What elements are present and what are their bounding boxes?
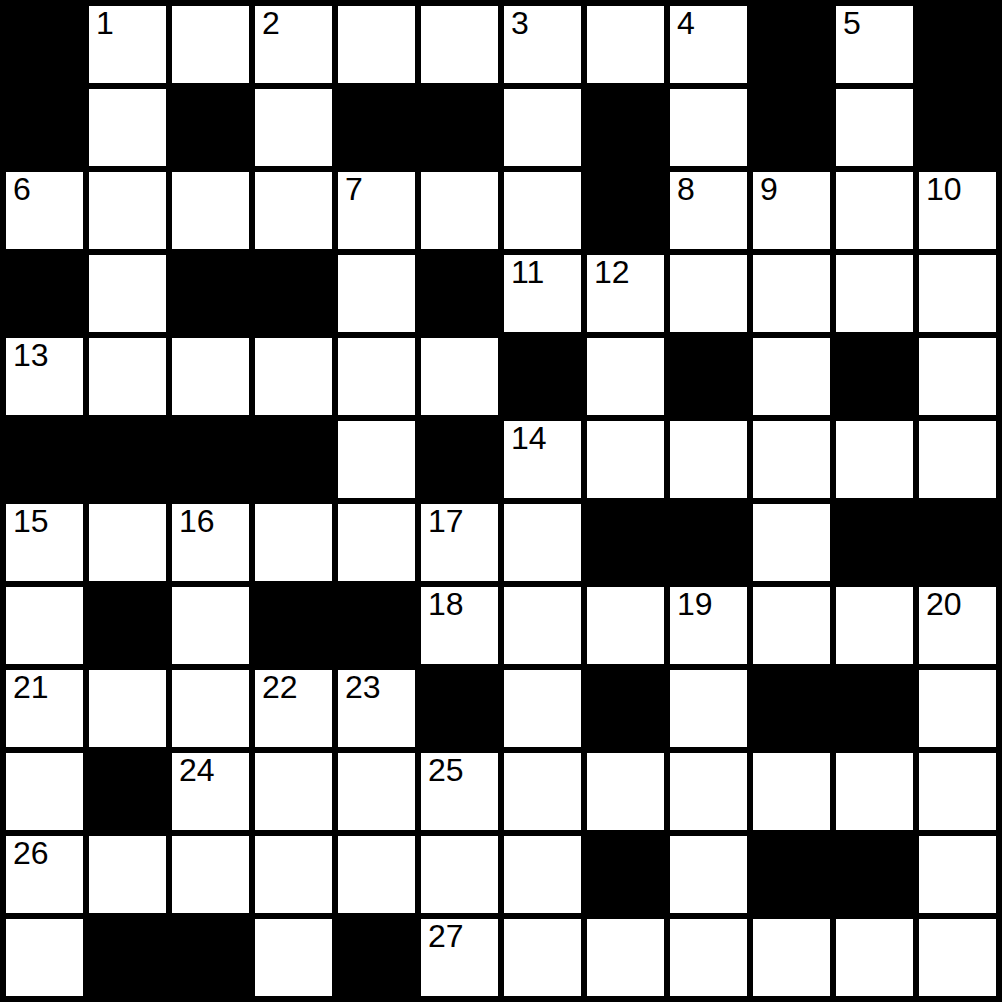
letter-cell[interactable] xyxy=(86,501,169,584)
block-cell xyxy=(833,501,916,584)
clue-number: 20 xyxy=(926,588,962,620)
letter-cell[interactable] xyxy=(86,335,169,418)
letter-cell[interactable] xyxy=(916,916,999,999)
clue-number: 4 xyxy=(677,7,695,39)
letter-cell[interactable] xyxy=(750,584,833,667)
letter-cell[interactable] xyxy=(86,169,169,252)
block-cell xyxy=(418,86,501,169)
letter-cell[interactable] xyxy=(833,169,916,252)
clue-number: 21 xyxy=(13,671,49,703)
clue-number: 25 xyxy=(428,754,464,786)
block-cell xyxy=(584,501,667,584)
letter-cell[interactable] xyxy=(667,667,750,750)
letter-cell[interactable] xyxy=(584,335,667,418)
letter-cell[interactable] xyxy=(86,86,169,169)
block-cell xyxy=(169,252,252,335)
letter-cell[interactable] xyxy=(916,667,999,750)
letter-cell[interactable] xyxy=(833,86,916,169)
clue-number: 1 xyxy=(96,7,114,39)
block-cell xyxy=(584,833,667,916)
letter-cell[interactable] xyxy=(335,418,418,501)
block-cell xyxy=(335,916,418,999)
letter-cell[interactable]: 26 xyxy=(3,833,86,916)
block-cell xyxy=(418,667,501,750)
clue-number: 2 xyxy=(262,7,280,39)
letter-cell[interactable] xyxy=(750,335,833,418)
letter-cell[interactable] xyxy=(501,169,584,252)
letter-cell[interactable] xyxy=(750,750,833,833)
letter-cell[interactable] xyxy=(501,833,584,916)
clue-number: 11 xyxy=(511,256,544,288)
letter-cell[interactable] xyxy=(833,916,916,999)
block-cell xyxy=(833,833,916,916)
clue-number: 5 xyxy=(843,7,861,39)
letter-cell[interactable] xyxy=(667,86,750,169)
block-cell xyxy=(916,3,999,86)
letter-cell[interactable] xyxy=(335,3,418,86)
letter-cell[interactable]: 7 xyxy=(335,169,418,252)
block-cell xyxy=(750,667,833,750)
letter-cell[interactable] xyxy=(252,501,335,584)
letter-cell[interactable] xyxy=(335,501,418,584)
letter-cell[interactable] xyxy=(3,916,86,999)
block-cell xyxy=(335,584,418,667)
letter-cell[interactable]: 15 xyxy=(3,501,86,584)
letter-cell[interactable] xyxy=(750,501,833,584)
block-cell xyxy=(750,833,833,916)
clue-number: 19 xyxy=(677,588,713,620)
block-cell xyxy=(833,667,916,750)
block-cell xyxy=(833,335,916,418)
letter-cell[interactable] xyxy=(418,169,501,252)
letter-cell[interactable] xyxy=(916,833,999,916)
block-cell xyxy=(252,418,335,501)
letter-cell[interactable]: 25 xyxy=(418,750,501,833)
letter-cell[interactable] xyxy=(252,169,335,252)
letter-cell[interactable]: 13 xyxy=(3,335,86,418)
letter-cell[interactable] xyxy=(252,916,335,999)
letter-cell[interactable] xyxy=(252,833,335,916)
block-cell xyxy=(169,418,252,501)
block-cell xyxy=(501,335,584,418)
block-cell xyxy=(418,418,501,501)
letter-cell[interactable] xyxy=(501,667,584,750)
block-cell xyxy=(667,335,750,418)
clue-number: 24 xyxy=(179,754,215,786)
clue-number: 15 xyxy=(13,505,49,537)
letter-cell[interactable]: 19 xyxy=(667,584,750,667)
clue-number: 8 xyxy=(677,173,695,205)
letter-cell[interactable] xyxy=(169,335,252,418)
letter-cell[interactable] xyxy=(169,667,252,750)
clue-number: 23 xyxy=(345,671,381,703)
letter-cell[interactable] xyxy=(501,750,584,833)
block-cell xyxy=(252,584,335,667)
block-cell xyxy=(584,169,667,252)
letter-cell[interactable]: 10 xyxy=(916,169,999,252)
letter-cell[interactable] xyxy=(916,335,999,418)
clue-number: 26 xyxy=(13,837,49,869)
clue-number: 13 xyxy=(13,339,49,371)
clue-number: 12 xyxy=(594,256,630,288)
letter-cell[interactable] xyxy=(833,418,916,501)
letter-cell[interactable]: 3 xyxy=(501,3,584,86)
letter-cell[interactable]: 18 xyxy=(418,584,501,667)
letter-cell[interactable] xyxy=(335,833,418,916)
letter-cell[interactable]: 1 xyxy=(86,3,169,86)
letter-cell[interactable] xyxy=(667,750,750,833)
crossword-board: 1234567891011121314151617181920212223242… xyxy=(0,0,1002,1002)
letter-cell[interactable] xyxy=(501,86,584,169)
letter-cell[interactable] xyxy=(252,86,335,169)
letter-cell[interactable]: 23 xyxy=(335,667,418,750)
clue-number: 10 xyxy=(926,173,962,205)
letter-cell[interactable] xyxy=(3,584,86,667)
letter-cell[interactable]: 22 xyxy=(252,667,335,750)
block-cell xyxy=(418,252,501,335)
letter-cell[interactable] xyxy=(750,252,833,335)
block-cell xyxy=(584,667,667,750)
letter-cell[interactable] xyxy=(916,252,999,335)
clue-number: 16 xyxy=(179,505,215,537)
clue-number: 6 xyxy=(13,173,31,205)
letter-cell[interactable]: 14 xyxy=(501,418,584,501)
letter-cell[interactable] xyxy=(833,750,916,833)
letter-cell[interactable] xyxy=(86,252,169,335)
block-cell xyxy=(169,916,252,999)
letter-cell[interactable] xyxy=(667,418,750,501)
block-cell xyxy=(750,86,833,169)
block-cell xyxy=(667,501,750,584)
letter-cell[interactable]: 4 xyxy=(667,3,750,86)
letter-cell[interactable]: 9 xyxy=(750,169,833,252)
letter-cell[interactable] xyxy=(667,252,750,335)
letter-cell[interactable] xyxy=(501,584,584,667)
letter-cell[interactable]: 24 xyxy=(169,750,252,833)
block-cell xyxy=(916,86,999,169)
letter-cell[interactable] xyxy=(584,584,667,667)
letter-cell[interactable] xyxy=(916,418,999,501)
letter-cell[interactable]: 27 xyxy=(418,916,501,999)
letter-cell[interactable] xyxy=(169,584,252,667)
block-cell xyxy=(86,418,169,501)
clue-number: 14 xyxy=(511,422,547,454)
clue-number: 18 xyxy=(428,588,464,620)
block-cell xyxy=(86,916,169,999)
letter-cell[interactable] xyxy=(3,750,86,833)
block-cell xyxy=(584,86,667,169)
letter-cell[interactable]: 8 xyxy=(667,169,750,252)
letter-cell[interactable] xyxy=(667,833,750,916)
letter-cell[interactable] xyxy=(418,3,501,86)
letter-cell[interactable] xyxy=(335,252,418,335)
letter-cell[interactable] xyxy=(667,916,750,999)
clue-number: 9 xyxy=(760,173,778,205)
letter-cell[interactable] xyxy=(501,501,584,584)
letter-cell[interactable] xyxy=(833,252,916,335)
letter-cell[interactable] xyxy=(418,335,501,418)
letter-cell[interactable] xyxy=(584,418,667,501)
letter-cell[interactable] xyxy=(584,916,667,999)
block-cell xyxy=(335,86,418,169)
letter-cell[interactable] xyxy=(86,833,169,916)
clue-number: 27 xyxy=(428,920,464,952)
letter-cell[interactable] xyxy=(169,3,252,86)
letter-cell[interactable] xyxy=(335,335,418,418)
block-cell xyxy=(86,750,169,833)
letter-cell[interactable] xyxy=(418,833,501,916)
clue-number: 7 xyxy=(345,173,363,205)
letter-cell[interactable]: 20 xyxy=(916,584,999,667)
letter-cell[interactable] xyxy=(833,584,916,667)
letter-cell[interactable]: 16 xyxy=(169,501,252,584)
letter-cell[interactable] xyxy=(750,916,833,999)
letter-cell[interactable]: 17 xyxy=(418,501,501,584)
block-cell xyxy=(916,501,999,584)
letter-cell[interactable]: 2 xyxy=(252,3,335,86)
block-cell xyxy=(750,3,833,86)
block-cell xyxy=(86,584,169,667)
letter-cell[interactable] xyxy=(584,750,667,833)
letter-cell[interactable] xyxy=(750,418,833,501)
letter-cell[interactable] xyxy=(584,3,667,86)
letter-cell[interactable] xyxy=(916,750,999,833)
letter-cell[interactable] xyxy=(501,916,584,999)
letter-cell[interactable] xyxy=(86,667,169,750)
block-cell xyxy=(3,86,86,169)
clue-number: 17 xyxy=(428,505,464,537)
letter-cell[interactable] xyxy=(169,169,252,252)
letter-cell[interactable] xyxy=(335,750,418,833)
block-cell xyxy=(3,418,86,501)
letter-cell[interactable] xyxy=(252,750,335,833)
clue-number: 3 xyxy=(511,7,529,39)
clue-number: 22 xyxy=(262,671,298,703)
block-cell xyxy=(3,252,86,335)
block-cell xyxy=(3,3,86,86)
block-cell xyxy=(252,252,335,335)
letter-cell[interactable] xyxy=(169,833,252,916)
letter-cell[interactable]: 6 xyxy=(3,169,86,252)
letter-cell[interactable]: 5 xyxy=(833,3,916,86)
letter-cell[interactable] xyxy=(252,335,335,418)
letter-cell[interactable]: 12 xyxy=(584,252,667,335)
letter-cell[interactable]: 21 xyxy=(3,667,86,750)
block-cell xyxy=(169,86,252,169)
letter-cell[interactable]: 11 xyxy=(501,252,584,335)
